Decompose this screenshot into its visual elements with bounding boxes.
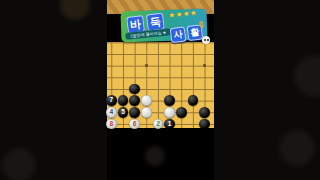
black-stone: [129, 95, 140, 106]
board-point: [175, 60, 187, 72]
board-point: [152, 72, 164, 84]
blurred-stone-decor: [294, 55, 320, 97]
blurred-stone-decor: [60, 0, 90, 20]
go-board: 7458621: [107, 42, 214, 128]
board-point: [199, 83, 211, 95]
board-point: [140, 48, 152, 60]
board-point: [106, 72, 118, 84]
move-number: 5: [121, 109, 125, 116]
white-stone: 8: [106, 119, 117, 130]
board-point: [164, 83, 176, 95]
board-point: [199, 48, 211, 60]
difficulty-stars: ★★★★: [168, 9, 198, 20]
board-point: [152, 60, 164, 72]
board-point: 5: [117, 106, 129, 118]
move-number: 2: [156, 121, 160, 128]
move-number: 7: [110, 97, 114, 104]
title-tile: 사: [170, 26, 187, 43]
board-point: [199, 95, 211, 107]
board-point: [199, 60, 211, 72]
black-stone: 7: [106, 95, 117, 106]
board-point: [106, 83, 118, 95]
letterbox-bottom: [107, 128, 214, 180]
black-stone: [188, 95, 199, 106]
board-point: [129, 83, 141, 95]
black-stone: [164, 95, 175, 106]
board-point: [187, 95, 199, 107]
board-point: [140, 83, 152, 95]
board-point: [106, 60, 118, 72]
white-stone: [141, 95, 152, 106]
board-point: [129, 72, 141, 84]
move-number: 1: [168, 121, 172, 128]
title-banner: 바둑 ★★★★ 2분만에 풀어보는 ★ 사활 ✎: [120, 9, 207, 43]
board-point: [187, 72, 199, 84]
board-point: [199, 72, 211, 84]
video-column: 바둑 ★★★★ 2분만에 풀어보는 ★ 사활 ✎ 7458621: [107, 0, 214, 180]
board-point: [140, 72, 152, 84]
board-point: 4: [106, 106, 118, 118]
board-point: [187, 60, 199, 72]
white-stone: [164, 107, 175, 118]
move-number: 8: [110, 121, 114, 128]
blurred-stone-decor: [279, 130, 315, 166]
blurred-stone-decor: [145, 146, 165, 166]
white-stone: [141, 107, 152, 118]
black-stone: 5: [118, 107, 129, 118]
board-point: [140, 106, 152, 118]
board-point: [152, 83, 164, 95]
board-point: [164, 48, 176, 60]
white-stone: 4: [106, 107, 117, 118]
board-point: [117, 60, 129, 72]
black-stone: [129, 107, 140, 118]
black-stone: [176, 107, 187, 118]
board-point: [152, 48, 164, 60]
board-point: [152, 106, 164, 118]
board-point: [129, 48, 141, 60]
board-point: [129, 95, 141, 107]
video-thumbnail[interactable]: 바둑 ★★★★ 2분만에 풀어보는 ★ 사활 ✎ 7458621: [0, 0, 320, 180]
board-point: [106, 48, 118, 60]
board-point: [164, 95, 176, 107]
move-number: 6: [133, 121, 137, 128]
board-point: [199, 106, 211, 118]
board-point: [175, 48, 187, 60]
board-point: [187, 106, 199, 118]
board-point: [129, 60, 141, 72]
board-point: [164, 106, 176, 118]
board-point: [175, 106, 187, 118]
move-number: 4: [110, 109, 114, 116]
board-point: [129, 106, 141, 118]
board-point: [140, 60, 152, 72]
star-point: [203, 64, 205, 66]
board-point: [140, 95, 152, 107]
board-point: [175, 83, 187, 95]
board-point: [117, 48, 129, 60]
mascot-face-icon: [202, 36, 210, 44]
board-point: [187, 48, 199, 60]
black-stone: [118, 95, 129, 106]
board-point: [164, 60, 176, 72]
star-point: [145, 64, 147, 66]
go-grid: 7458621: [106, 48, 211, 130]
blurred-stone-decor: [2, 148, 36, 180]
board-point: [152, 95, 164, 107]
board-point: [117, 72, 129, 84]
black-stone: [199, 107, 210, 118]
board-point: [175, 72, 187, 84]
letterbox-left: [0, 0, 107, 180]
board-point: [175, 95, 187, 107]
board-point: [117, 95, 129, 107]
black-stone: [129, 84, 140, 95]
board-point: [187, 83, 199, 95]
letterbox-right: [214, 0, 320, 180]
board-point: 7: [106, 95, 118, 107]
board-point: [117, 83, 129, 95]
board-point: [164, 72, 176, 84]
